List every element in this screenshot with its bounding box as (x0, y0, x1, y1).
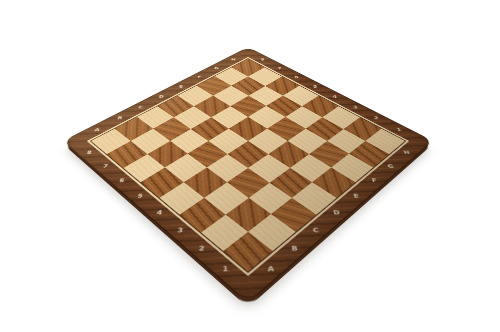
coord-left-1: 1 (222, 266, 228, 273)
coord-bottom-b: B (291, 246, 298, 252)
coord-top-h: H (231, 58, 236, 61)
coord-bottom-d: D (333, 210, 340, 216)
coord-bottom-f: F (371, 178, 377, 183)
coord-bottom-a: A (267, 266, 274, 273)
coord-top-f: F (197, 76, 201, 79)
coord-left-6: 6 (119, 178, 125, 183)
coord-bottom-c: C (313, 227, 320, 233)
field-seam (90, 58, 407, 273)
coord-right-6: 6 (295, 76, 299, 79)
maple-inlay-border (87, 57, 409, 276)
coord-top-a: A (94, 128, 100, 132)
product-photo-scene: ABCDEFGHABCDEFGH1234567812345678 (0, 0, 500, 332)
chess-board: ABCDEFGHABCDEFGH1234567812345678 (63, 47, 434, 304)
coord-top-g: G (215, 67, 220, 70)
coord-top-b: B (117, 116, 123, 120)
coord-right-3: 3 (352, 105, 357, 109)
coord-bottom-e: E (353, 194, 359, 199)
coord-left-2: 2 (199, 246, 205, 252)
coord-bottom-g: G (387, 164, 394, 169)
coord-right-8: 8 (260, 58, 264, 61)
coord-top-c: C (138, 105, 143, 109)
coord-left-5: 5 (137, 194, 143, 199)
coord-left-7: 7 (102, 164, 108, 169)
coord-top-e: E (179, 85, 183, 88)
coord-right-7: 7 (277, 67, 281, 70)
coord-left-4: 4 (156, 210, 162, 216)
coord-top-d: D (159, 95, 165, 98)
coord-left-8: 8 (86, 150, 92, 154)
coord-left-3: 3 (177, 227, 183, 233)
coord-right-5: 5 (313, 85, 318, 88)
coord-right-4: 4 (332, 95, 337, 98)
squares-grid (91, 59, 405, 272)
coord-bottom-h: H (403, 150, 410, 154)
coord-right-2: 2 (374, 116, 379, 120)
coord-right-1: 1 (396, 128, 402, 132)
